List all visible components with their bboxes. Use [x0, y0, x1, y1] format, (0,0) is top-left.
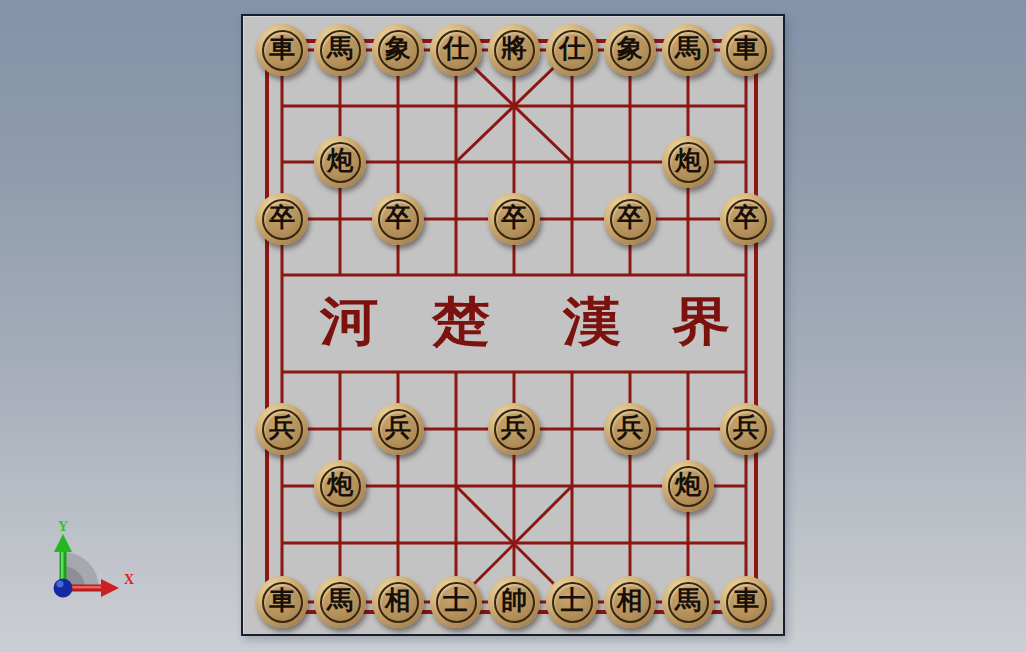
piece-character: 馬 [327, 588, 353, 614]
piece-red-兵[interactable]: 兵 [488, 403, 540, 455]
piece-face: 馬 [668, 30, 709, 71]
piece-character: 卒 [617, 205, 643, 231]
piece-character: 兵 [733, 415, 759, 441]
piece-character: 兵 [501, 415, 527, 441]
piece-black-卒[interactable]: 卒 [720, 193, 772, 245]
piece-face: 卒 [262, 199, 303, 240]
triad-origin-sphere[interactable] [54, 579, 73, 598]
piece-character: 車 [733, 588, 759, 614]
piece-red-車[interactable]: 車 [256, 576, 308, 628]
piece-character: 兵 [385, 415, 411, 441]
piece-face: 炮 [320, 142, 361, 183]
piece-face: 將 [494, 30, 535, 71]
piece-red-兵[interactable]: 兵 [372, 403, 424, 455]
piece-character: 相 [385, 588, 411, 614]
river-inscription-char: 楚 [427, 296, 494, 348]
piece-character: 士 [443, 588, 469, 614]
piece-red-相[interactable]: 相 [604, 576, 656, 628]
piece-face: 卒 [610, 199, 651, 240]
piece-character: 馬 [327, 36, 353, 62]
piece-red-炮[interactable]: 炮 [314, 460, 366, 512]
piece-red-帥[interactable]: 帥 [488, 576, 540, 628]
piece-face: 兵 [726, 409, 767, 450]
piece-character: 卒 [385, 205, 411, 231]
piece-face: 馬 [320, 582, 361, 623]
piece-black-卒[interactable]: 卒 [256, 193, 308, 245]
piece-face: 車 [262, 582, 303, 623]
piece-black-炮[interactable]: 炮 [314, 136, 366, 188]
piece-face: 相 [378, 582, 419, 623]
piece-face: 士 [436, 582, 477, 623]
river-inscription-char: 河 [315, 296, 382, 348]
piece-character: 卒 [733, 205, 759, 231]
piece-face: 仕 [552, 30, 593, 71]
river-inscription-char: 界 [667, 296, 734, 348]
piece-black-車[interactable]: 車 [720, 24, 772, 76]
piece-red-相[interactable]: 相 [372, 576, 424, 628]
piece-face: 仕 [436, 30, 477, 71]
piece-black-馬[interactable]: 馬 [314, 24, 366, 76]
piece-black-象[interactable]: 象 [604, 24, 656, 76]
piece-character: 炮 [675, 472, 701, 498]
piece-face: 兵 [262, 409, 303, 450]
xiangqi-board[interactable]: 河楚漢界 車馬象仕將仕象馬車炮炮卒卒卒卒卒兵兵兵兵兵炮炮車馬相士帥士相馬車 [241, 14, 785, 636]
piece-red-馬[interactable]: 馬 [662, 576, 714, 628]
piece-character: 炮 [327, 472, 353, 498]
piece-character: 象 [385, 36, 411, 62]
piece-character: 帥 [501, 588, 527, 614]
piece-face: 車 [726, 582, 767, 623]
piece-black-車[interactable]: 車 [256, 24, 308, 76]
river-inscription-char: 漢 [558, 296, 625, 348]
piece-red-士[interactable]: 士 [546, 576, 598, 628]
piece-character: 炮 [327, 148, 353, 174]
piece-red-兵[interactable]: 兵 [256, 403, 308, 455]
piece-black-仕[interactable]: 仕 [430, 24, 482, 76]
piece-face: 卒 [726, 199, 767, 240]
piece-black-卒[interactable]: 卒 [372, 193, 424, 245]
piece-face: 車 [726, 30, 767, 71]
piece-face: 炮 [668, 466, 709, 507]
piece-character: 車 [269, 36, 295, 62]
piece-face: 兵 [610, 409, 651, 450]
piece-character: 士 [559, 588, 585, 614]
piece-face: 車 [262, 30, 303, 71]
piece-black-馬[interactable]: 馬 [662, 24, 714, 76]
piece-character: 馬 [675, 588, 701, 614]
piece-face: 馬 [668, 582, 709, 623]
piece-red-車[interactable]: 車 [720, 576, 772, 628]
piece-character: 兵 [269, 415, 295, 441]
piece-black-將[interactable]: 將 [488, 24, 540, 76]
view-orientation-triad: Y X [42, 520, 152, 620]
svg-text:X: X [124, 572, 134, 587]
triad-origin-highlight [57, 581, 64, 588]
piece-character: 卒 [501, 205, 527, 231]
piece-face: 兵 [494, 409, 535, 450]
piece-character: 相 [617, 588, 643, 614]
piece-character: 兵 [617, 415, 643, 441]
piece-red-炮[interactable]: 炮 [662, 460, 714, 512]
piece-face: 炮 [668, 142, 709, 183]
piece-character: 將 [501, 36, 527, 62]
piece-face: 帥 [494, 582, 535, 623]
piece-face: 象 [610, 30, 651, 71]
piece-face: 士 [552, 582, 593, 623]
piece-face: 炮 [320, 466, 361, 507]
piece-face: 兵 [378, 409, 419, 450]
piece-face: 卒 [494, 199, 535, 240]
piece-red-馬[interactable]: 馬 [314, 576, 366, 628]
piece-black-仕[interactable]: 仕 [546, 24, 598, 76]
piece-character: 仕 [443, 36, 469, 62]
piece-red-兵[interactable]: 兵 [604, 403, 656, 455]
piece-red-士[interactable]: 士 [430, 576, 482, 628]
cad-viewport: { "game": "xiangqi", "scene": "3D CAD re… [0, 0, 1026, 652]
piece-character: 車 [269, 588, 295, 614]
piece-black-象[interactable]: 象 [372, 24, 424, 76]
piece-black-炮[interactable]: 炮 [662, 136, 714, 188]
piece-red-兵[interactable]: 兵 [720, 403, 772, 455]
piece-character: 仕 [559, 36, 585, 62]
piece-face: 象 [378, 30, 419, 71]
piece-character: 卒 [269, 205, 295, 231]
piece-character: 炮 [675, 148, 701, 174]
piece-black-卒[interactable]: 卒 [488, 193, 540, 245]
svg-text:Y: Y [58, 520, 68, 534]
piece-character: 馬 [675, 36, 701, 62]
piece-face: 卒 [378, 199, 419, 240]
piece-character: 車 [733, 36, 759, 62]
piece-face: 相 [610, 582, 651, 623]
piece-black-卒[interactable]: 卒 [604, 193, 656, 245]
piece-face: 馬 [320, 30, 361, 71]
piece-character: 象 [617, 36, 643, 62]
